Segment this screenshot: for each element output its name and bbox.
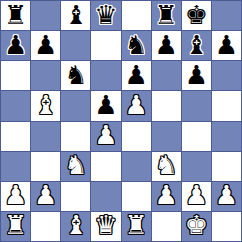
square-g7[interactable]: ♝	[182, 31, 211, 60]
square-g2[interactable]: ♟	[182, 182, 211, 211]
square-f5[interactable]	[152, 91, 181, 120]
square-e5[interactable]: ♟	[122, 91, 151, 120]
white-king-icon: ♚	[185, 212, 208, 238]
square-c4[interactable]	[61, 122, 90, 151]
white-pawn-icon: ♟	[155, 182, 178, 208]
square-b2[interactable]: ♟	[31, 182, 60, 211]
square-c8[interactable]: ♝	[61, 1, 90, 30]
white-knight-icon: ♞	[64, 152, 87, 178]
white-pawn-icon: ♟	[94, 122, 117, 148]
square-b3[interactable]	[31, 152, 60, 181]
white-pawn-icon: ♟	[185, 182, 208, 208]
square-a6[interactable]	[1, 61, 30, 90]
square-b1[interactable]	[31, 212, 60, 241]
black-pawn-icon: ♟	[155, 32, 178, 58]
black-pawn-icon: ♟	[124, 62, 147, 88]
white-pawn-icon: ♟	[4, 182, 27, 208]
square-e6[interactable]: ♟	[122, 61, 151, 90]
square-c6[interactable]: ♞	[61, 61, 90, 90]
square-b4[interactable]	[31, 122, 60, 151]
white-knight-icon: ♞	[155, 152, 178, 178]
black-rook-icon: ♜	[4, 2, 27, 28]
square-h4[interactable]	[212, 122, 241, 151]
chess-board: ♜♝♛♜♚♟♟♞♟♝♟♞♟♟♝♟♟♟♞♞♟♟♟♟♟♜♝♛♜♚	[0, 0, 242, 242]
square-b6[interactable]	[31, 61, 60, 90]
square-a3[interactable]	[1, 152, 30, 181]
square-h8[interactable]	[212, 1, 241, 30]
square-h1[interactable]	[212, 212, 241, 241]
square-d8[interactable]: ♛	[91, 1, 120, 30]
white-bishop-icon: ♝	[64, 212, 87, 238]
square-a8[interactable]: ♜	[1, 1, 30, 30]
square-c1[interactable]: ♝	[61, 212, 90, 241]
square-b5[interactable]: ♝	[31, 91, 60, 120]
square-d3[interactable]	[91, 152, 120, 181]
black-bishop-icon: ♝	[185, 32, 208, 58]
square-c5[interactable]	[61, 91, 90, 120]
square-f7[interactable]: ♟	[152, 31, 181, 60]
white-pawn-icon: ♟	[215, 182, 238, 208]
white-queen-icon: ♛	[94, 212, 117, 238]
square-e3[interactable]	[122, 152, 151, 181]
square-f3[interactable]: ♞	[152, 152, 181, 181]
square-g1[interactable]: ♚	[182, 212, 211, 241]
square-d5[interactable]: ♟	[91, 91, 120, 120]
square-d4[interactable]: ♟	[91, 122, 120, 151]
square-e4[interactable]	[122, 122, 151, 151]
square-g5[interactable]	[182, 91, 211, 120]
white-pawn-icon: ♟	[124, 92, 147, 118]
black-pawn-icon: ♟	[185, 62, 208, 88]
square-d7[interactable]	[91, 31, 120, 60]
square-f1[interactable]	[152, 212, 181, 241]
square-f8[interactable]: ♜	[152, 1, 181, 30]
square-a1[interactable]: ♜	[1, 212, 30, 241]
black-rook-icon: ♜	[155, 2, 178, 28]
white-bishop-icon: ♝	[34, 92, 57, 118]
square-h6[interactable]	[212, 61, 241, 90]
black-queen-icon: ♛	[94, 2, 117, 28]
black-knight-icon: ♞	[124, 32, 147, 58]
white-rook-icon: ♜	[4, 212, 27, 238]
square-e8[interactable]	[122, 1, 151, 30]
white-pawn-icon: ♟	[34, 182, 57, 208]
square-c7[interactable]	[61, 31, 90, 60]
black-knight-icon: ♞	[64, 62, 87, 88]
black-bishop-icon: ♝	[64, 2, 87, 28]
square-e1[interactable]: ♜	[122, 212, 151, 241]
square-g3[interactable]	[182, 152, 211, 181]
square-a7[interactable]: ♟	[1, 31, 30, 60]
square-e2[interactable]	[122, 182, 151, 211]
square-f2[interactable]: ♟	[152, 182, 181, 211]
square-b8[interactable]	[31, 1, 60, 30]
square-a5[interactable]	[1, 91, 30, 120]
black-pawn-icon: ♟	[94, 92, 117, 118]
square-g6[interactable]: ♟	[182, 61, 211, 90]
square-f4[interactable]	[152, 122, 181, 151]
square-h2[interactable]: ♟	[212, 182, 241, 211]
square-e7[interactable]: ♞	[122, 31, 151, 60]
black-pawn-icon: ♟	[34, 32, 57, 58]
square-h3[interactable]	[212, 152, 241, 181]
square-d1[interactable]: ♛	[91, 212, 120, 241]
square-c3[interactable]: ♞	[61, 152, 90, 181]
square-h5[interactable]	[212, 91, 241, 120]
black-king-icon: ♚	[185, 2, 208, 28]
square-d6[interactable]	[91, 61, 120, 90]
square-a2[interactable]: ♟	[1, 182, 30, 211]
square-h7[interactable]: ♟	[212, 31, 241, 60]
square-a4[interactable]	[1, 122, 30, 151]
black-pawn-icon: ♟	[215, 32, 238, 58]
square-c2[interactable]	[61, 182, 90, 211]
square-g8[interactable]: ♚	[182, 1, 211, 30]
white-rook-icon: ♜	[124, 212, 147, 238]
black-pawn-icon: ♟	[4, 32, 27, 58]
square-g4[interactable]	[182, 122, 211, 151]
square-d2[interactable]	[91, 182, 120, 211]
square-f6[interactable]	[152, 61, 181, 90]
square-b7[interactable]: ♟	[31, 31, 60, 60]
